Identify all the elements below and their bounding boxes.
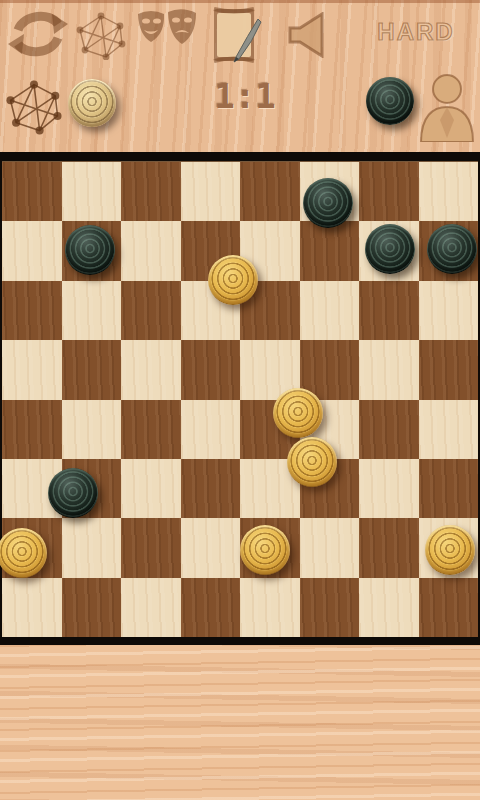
network-button[interactable] bbox=[76, 12, 126, 60]
checker-white-d7[interactable] bbox=[208, 255, 258, 305]
difficulty-label: HARD bbox=[366, 18, 466, 46]
checker-black-g7[interactable] bbox=[365, 224, 415, 274]
cpu-checker-white[interactable] bbox=[68, 79, 116, 127]
theater-masks-icon bbox=[134, 8, 200, 60]
move-list-button[interactable] bbox=[208, 5, 266, 65]
restart-icon bbox=[6, 6, 70, 62]
speaker-icon bbox=[286, 12, 332, 58]
cpu-player-indicator[interactable] bbox=[6, 78, 62, 136]
human-player-indicator[interactable] bbox=[416, 72, 478, 146]
app-screen: { "game": "checkers (Turkish dama style … bbox=[0, 0, 480, 800]
network-graph-icon bbox=[6, 78, 62, 136]
restart-button[interactable] bbox=[6, 6, 70, 62]
themes-button[interactable] bbox=[134, 8, 200, 60]
scroll-quill-icon bbox=[208, 5, 266, 65]
network-graph-icon bbox=[76, 12, 126, 60]
checker-white-f3[interactable] bbox=[287, 437, 337, 487]
checker-black-h7[interactable] bbox=[427, 224, 477, 274]
person-icon bbox=[416, 128, 478, 145]
sound-button[interactable] bbox=[286, 12, 332, 58]
checker-white-a2[interactable] bbox=[0, 528, 47, 578]
checker-black-b3[interactable] bbox=[48, 468, 98, 518]
score-label: 1:1 bbox=[190, 76, 300, 116]
human-checker-black[interactable] bbox=[366, 77, 414, 125]
checker-black-f8[interactable] bbox=[303, 178, 353, 228]
checker-black-b7[interactable] bbox=[65, 225, 115, 275]
checkers-board bbox=[0, 152, 480, 645]
checker-white-h2[interactable] bbox=[425, 525, 475, 575]
checker-white-e4[interactable] bbox=[273, 388, 323, 438]
checker-white-e2[interactable] bbox=[240, 525, 290, 575]
piece-layer bbox=[0, 152, 480, 645]
wood-tray bbox=[0, 645, 480, 800]
